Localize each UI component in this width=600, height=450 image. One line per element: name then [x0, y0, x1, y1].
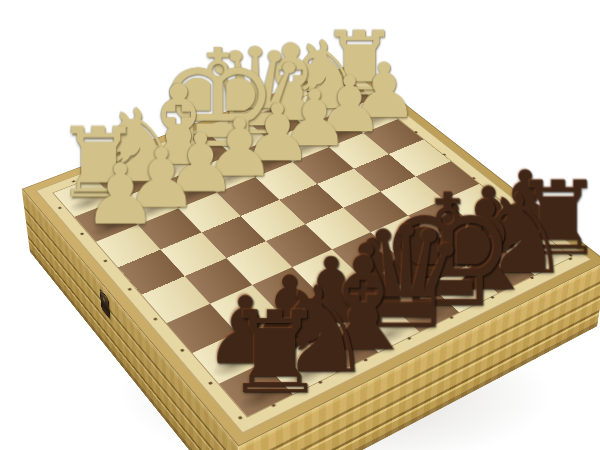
square-h8: ♜ — [219, 363, 292, 417]
black-rook: ♜ — [224, 297, 326, 411]
white-pawn: ♟ — [82, 153, 157, 237]
chess-set-photo: ♜♞♝♚♛♝♞♜♟♟♟♟♟♟♟♟♟♟♟♟♟♟♟♟♜♞♝♛♚♝♞♜ — [0, 0, 600, 450]
square-h2: ♟ — [74, 201, 137, 242]
